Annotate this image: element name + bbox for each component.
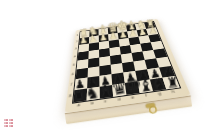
watermark-dot [11,122,13,124]
clasp-icon [146,102,157,113]
clasp-ring [148,106,157,115]
product-photo: 12345678 ♜♞♝♛♚♝♞♜♟♟♟♟♟♟♟♟♟♟♟♟♟♟♟♟♜♞♝♛♚♝♞… [0,0,210,140]
watermark-dot [6,119,8,121]
square [110,54,122,64]
watermark-dot [11,125,13,127]
square [88,66,100,77]
watermark-dot [6,122,8,124]
chess-board: 12345678 ♜♞♝♛♚♝♞♜♟♟♟♟♟♟♟♟♟♟♟♟♟♟♟♟♜♞♝♛♚♝♞… [65,19,191,113]
square [151,41,164,50]
watermark-dot [6,125,8,127]
square [153,48,167,58]
watermark-dot [11,119,13,121]
square [88,50,99,59]
square [78,51,89,61]
watermark-logo [4,119,13,127]
file-mark: b [85,98,99,109]
square [111,63,124,74]
square [99,48,110,57]
